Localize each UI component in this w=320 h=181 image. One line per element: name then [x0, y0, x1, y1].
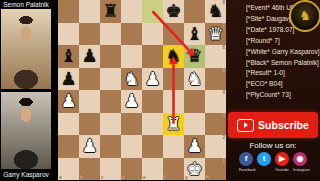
square-g1: g [184, 158, 205, 181]
square-h6: 6 [205, 45, 226, 68]
file-label-d: d [122, 175, 125, 180]
square-g6 [184, 45, 205, 68]
subscribe-button[interactable]: Subscribe [228, 112, 318, 138]
photo-semon-palatnik [1, 9, 51, 89]
square-f1: f [163, 158, 184, 181]
square-c6 [100, 45, 121, 68]
file-label-g: g [185, 175, 188, 180]
square-f7 [163, 23, 184, 46]
rank-label-7: 7 [222, 23, 225, 28]
square-g4 [184, 90, 205, 113]
square-b8 [79, 0, 100, 23]
square-e2 [142, 135, 163, 158]
square-g3 [184, 113, 205, 136]
square-b2 [79, 135, 100, 158]
square-g8 [184, 0, 205, 23]
facebook-caption: Facebook [239, 168, 253, 172]
square-c3 [100, 113, 121, 136]
square-b7 [79, 23, 100, 46]
file-label-e: e [143, 175, 146, 180]
square-b6 [79, 45, 100, 68]
white-player-name: Garry Kasparov [0, 170, 52, 179]
square-c5 [100, 68, 121, 91]
instagram-caption: Instagram [293, 168, 307, 172]
file-label-c: c [101, 175, 103, 180]
pgn-line-4: [*Round* 7] [246, 36, 320, 47]
square-d3 [121, 113, 142, 136]
square-a5 [58, 68, 79, 91]
square-b1: b [79, 158, 100, 181]
square-b3 [79, 113, 100, 136]
square-a8 [58, 0, 79, 23]
square-e4 [142, 90, 163, 113]
rank-label-2: 2 [222, 135, 225, 140]
youtube-icon[interactable]: ▶ [275, 152, 289, 166]
square-h1: 1h [205, 158, 226, 181]
social-icons-row: ft▶◉ [226, 152, 320, 166]
pgn-line-7: [*Result* 1-0] [246, 68, 320, 79]
square-d6 [121, 45, 142, 68]
square-h3: 3 [205, 113, 226, 136]
square-a2 [58, 135, 79, 158]
social-captions-row: FacebookYoutubeInstagram [226, 168, 320, 172]
square-b4 [79, 90, 100, 113]
square-h5: 5 [205, 68, 226, 91]
twitter-icon[interactable]: t [257, 152, 271, 166]
file-label-a: a [59, 175, 62, 180]
photo-garry-kasparov [1, 92, 51, 169]
square-f4 [163, 90, 184, 113]
square-e7 [142, 23, 163, 46]
square-a1: a [58, 158, 79, 181]
square-c8 [100, 0, 121, 23]
rank-label-3: 3 [222, 113, 225, 118]
square-d7 [121, 23, 142, 46]
pgn-line-5: [*White* Garry Kasparov] [246, 47, 320, 58]
pgn-line-6: [*Black* Semon Palatnik] [246, 58, 320, 69]
channel-logo[interactable]: ♞ [289, 0, 320, 32]
rank-label-4: 4 [222, 90, 225, 95]
square-c7 [100, 23, 121, 46]
square-f2 [163, 135, 184, 158]
rank-label-6: 6 [222, 45, 225, 50]
rank-label-1: 1 [222, 158, 225, 163]
square-e3 [142, 113, 163, 136]
rank-label-8: 8 [222, 0, 225, 5]
square-e6 [142, 45, 163, 68]
square-f5 [163, 68, 184, 91]
square-h4: 4 [205, 90, 226, 113]
square-a3 [58, 113, 79, 136]
square-d1: d [121, 158, 142, 181]
chess-board: 8765432abcdefg1h [58, 0, 226, 180]
square-d2 [121, 135, 142, 158]
square-c2 [100, 135, 121, 158]
file-label-h: h [206, 175, 209, 180]
square-f3 [163, 113, 184, 136]
square-e8 [142, 0, 163, 23]
square-d4 [121, 90, 142, 113]
youtube-play-icon [237, 119, 254, 132]
square-a7 [58, 23, 79, 46]
square-c1: c [100, 158, 121, 181]
square-h7: 7 [205, 23, 226, 46]
square-g5 [184, 68, 205, 91]
facebook-icon[interactable]: f [239, 152, 253, 166]
square-d8 [121, 0, 142, 23]
black-player-name: Semon Palatnik [0, 0, 52, 9]
pgn-line-8: [*ECO* B04] [246, 79, 320, 90]
square-c4 [100, 90, 121, 113]
square-a4 [58, 90, 79, 113]
square-a6 [58, 45, 79, 68]
info-panel: [*Event* 46th URS-ch][*Site* Daugavpils]… [226, 0, 320, 180]
players-panel: Semon Palatnik Garry Kasparov [0, 0, 52, 180]
twitter-caption [257, 168, 271, 172]
youtube-caption: Youtube [275, 168, 289, 172]
pgn-line-9: [*PlyCount* 73] [246, 90, 320, 101]
square-g7 [184, 23, 205, 46]
square-e1: e [142, 158, 163, 181]
square-b5 [79, 68, 100, 91]
file-label-f: f [164, 175, 165, 180]
square-h2: 2 [205, 135, 226, 158]
thumbnail-stage: Semon Palatnik Garry Kasparov 8765432abc… [0, 0, 320, 180]
square-e5 [142, 68, 163, 91]
square-f8 [163, 0, 184, 23]
subscribe-label: Subscribe [258, 119, 309, 131]
follow-us-label: Follow us on: [226, 141, 320, 150]
instagram-icon[interactable]: ◉ [293, 152, 307, 166]
square-g2 [184, 135, 205, 158]
rank-label-5: 5 [222, 68, 225, 73]
square-f6 [163, 45, 184, 68]
square-h8: 8 [205, 0, 226, 23]
square-d5 [121, 68, 142, 91]
file-label-b: b [80, 175, 83, 180]
